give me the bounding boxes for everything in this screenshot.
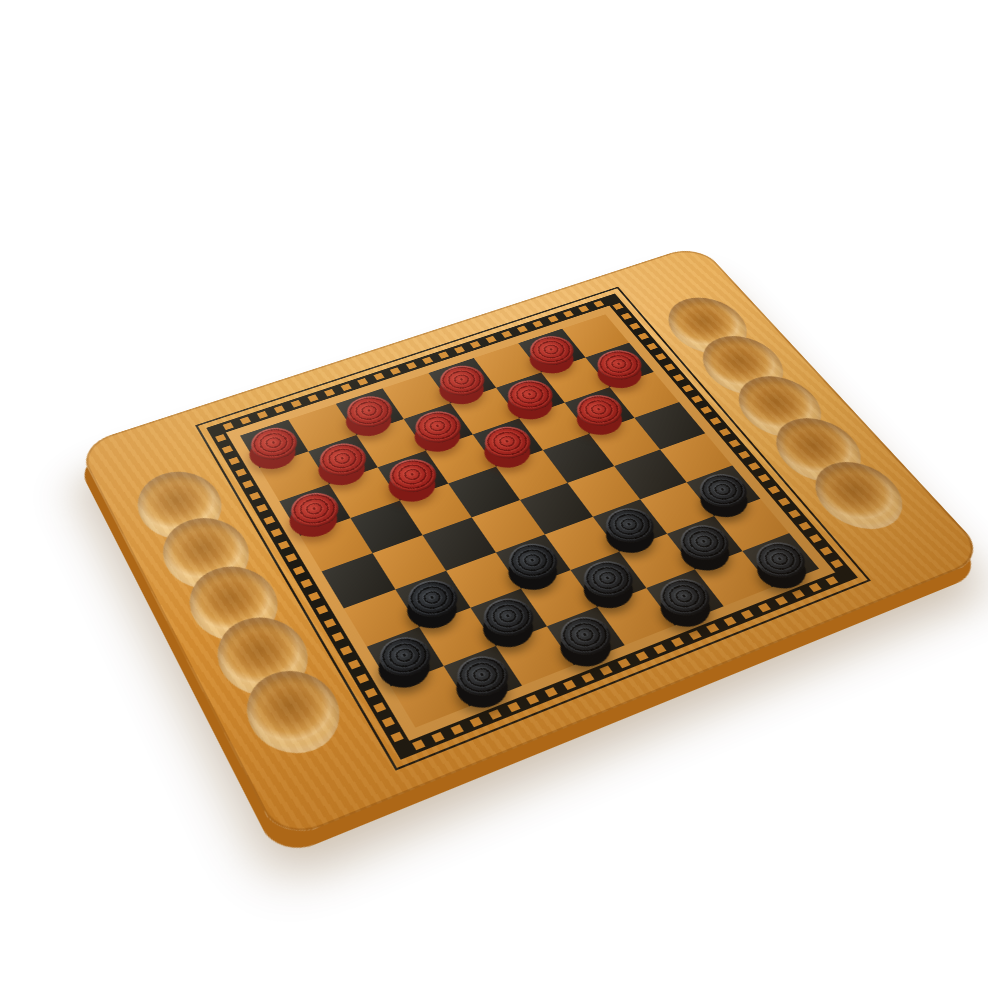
product-photo	[0, 0, 988, 988]
board-pose	[149, 223, 890, 776]
checkers-board	[76, 244, 988, 843]
